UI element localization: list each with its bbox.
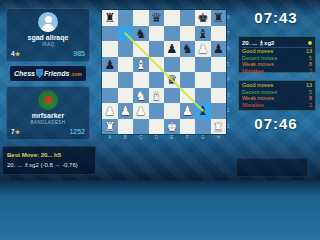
black-r-a8: ♜ <box>102 10 118 25</box>
square-a2[interactable]: ♟ <box>102 103 118 119</box>
black-b-g2: ♝ <box>195 103 211 118</box>
avatar <box>38 12 58 32</box>
player-rating: 1252 <box>69 128 85 135</box>
square-f6[interactable]: ♞ <box>180 41 196 57</box>
square-b7[interactable] <box>118 26 134 42</box>
square-c6[interactable] <box>133 41 149 57</box>
square-d2[interactable] <box>149 103 165 119</box>
white-p-b2: ♟ <box>118 103 134 118</box>
file-label-B: B <box>118 135 134 140</box>
stat-value: 8 <box>309 61 312 68</box>
square-g4[interactable] <box>195 72 211 88</box>
square-h2[interactable] <box>211 103 227 119</box>
square-g7[interactable]: ♝ <box>195 26 211 42</box>
square-h8[interactable]: ♜ <box>211 10 227 26</box>
square-b3[interactable] <box>118 88 134 104</box>
black-p-e6: ♟ <box>164 41 180 56</box>
square-e6[interactable]: ♟ <box>164 41 180 57</box>
file-labels: ABCDEFGH <box>102 135 226 140</box>
stat-value: 13 <box>306 82 312 89</box>
square-e8[interactable] <box>164 10 180 26</box>
stat-label: Decent moves <box>242 55 277 62</box>
square-g5[interactable] <box>195 57 211 73</box>
stat-value: 8 <box>309 95 312 102</box>
white-p-g6: ♟ <box>195 41 211 56</box>
shield-icon <box>36 69 43 78</box>
white-k-e1: ♚ <box>164 119 180 134</box>
stat-label: Good moves <box>242 82 273 89</box>
square-a6[interactable] <box>102 41 118 57</box>
stat-label: Decent moves <box>242 89 277 96</box>
square-a7[interactable] <box>102 26 118 42</box>
square-d3[interactable]: ♝ <box>149 88 165 104</box>
white-r-a1: ♜ <box>102 119 118 134</box>
square-c1[interactable] <box>133 119 149 135</box>
star-icon: ★ <box>15 129 20 135</box>
best-move-line: Best Move: 20... h5 <box>7 150 91 160</box>
square-c3[interactable]: ♞ <box>133 88 149 104</box>
white-b-d3: ♝ <box>149 88 165 103</box>
white-p-f2: ♟ <box>180 103 196 118</box>
square-h7[interactable] <box>211 26 227 42</box>
rank-labels: 87654321 <box>227 10 230 134</box>
square-d5[interactable] <box>149 57 165 73</box>
square-h4[interactable] <box>211 72 227 88</box>
white-p-c2: ♟ <box>133 103 149 118</box>
rank-label-7: 7 <box>227 26 230 42</box>
black-k-g8: ♚ <box>195 10 211 25</box>
square-b1[interactable] <box>118 119 134 135</box>
logo-word1: Chess <box>14 70 35 77</box>
current-move-label: 20. ... ♗xg2 <box>242 39 274 46</box>
chessfriends-logo[interactable]: Chess Friends .com <box>10 66 86 81</box>
square-g8[interactable]: ♚ <box>195 10 211 26</box>
square-f5[interactable] <box>180 57 196 73</box>
square-d4[interactable] <box>149 72 165 88</box>
rank-label-2: 2 <box>227 103 230 119</box>
chess-board[interactable]: ♜♛♚♜♞♝♟♞♟♟♟♝♛♞♝♟♟♟♟♝♜♚♜ <box>102 10 226 134</box>
player-card-top: sgad aliraqe IRAQ 4★ 985 <box>6 8 90 62</box>
stat-value: 2 <box>309 68 312 75</box>
rank-label-8: 8 <box>227 10 230 26</box>
square-b4[interactable] <box>118 72 134 88</box>
square-h1[interactable]: ♜ <box>211 119 227 135</box>
played-move-line: 20. ... ♗xg2 (-0.8 → -0.76) <box>7 160 91 170</box>
square-d7[interactable] <box>149 26 165 42</box>
square-c5[interactable]: ♝ <box>133 57 149 73</box>
best-move-box: Best Move: 20... h5 20. ... ♗xg2 (-0.8 →… <box>2 146 96 175</box>
white-p-a2: ♟ <box>102 103 118 118</box>
rank-label-3: 3 <box>227 88 230 104</box>
square-b8[interactable] <box>118 10 134 26</box>
stat-label: Good moves <box>242 48 273 55</box>
rank-label-4: 4 <box>227 72 230 88</box>
stat-label: Weak moves <box>242 95 274 102</box>
square-a1[interactable]: ♜ <box>102 119 118 135</box>
player-name: sgad aliraqe <box>11 33 85 42</box>
player-rating: 985 <box>73 50 85 57</box>
stats-box-bottom: Good moves13 Decent moves5 Weak moves8 M… <box>238 80 316 111</box>
square-d6[interactable] <box>149 41 165 57</box>
square-f3[interactable] <box>180 88 196 104</box>
square-c8[interactable] <box>133 10 149 26</box>
file-label-A: A <box>102 135 118 140</box>
square-a8[interactable]: ♜ <box>102 10 118 26</box>
file-label-E: E <box>164 135 180 140</box>
white-b-c5: ♝ <box>133 57 149 72</box>
white-n-c3: ♞ <box>133 88 149 103</box>
move-quality-dot <box>308 41 312 45</box>
square-h6[interactable]: ♟ <box>211 41 227 57</box>
file-label-G: G <box>195 135 211 140</box>
square-e1[interactable]: ♚ <box>164 119 180 135</box>
square-d8[interactable]: ♛ <box>149 10 165 26</box>
black-q-d8: ♛ <box>149 10 165 25</box>
square-h3[interactable] <box>211 88 227 104</box>
white-r-h1: ♜ <box>211 119 227 134</box>
black-q-e4: ♛ <box>164 72 180 87</box>
rank-label-5: 5 <box>227 57 230 73</box>
player-country: BANGLADESH <box>11 120 85 126</box>
file-label-F: F <box>180 135 196 140</box>
stat-label: Weak moves <box>242 61 274 68</box>
file-label-H: H <box>211 135 227 140</box>
square-e2[interactable] <box>164 103 180 119</box>
black-n-f6: ♞ <box>180 41 196 56</box>
square-c2[interactable]: ♟ <box>133 103 149 119</box>
stat-value: 2 <box>309 102 312 109</box>
square-e3[interactable] <box>164 88 180 104</box>
black-p-h6: ♟ <box>211 41 227 56</box>
square-c7[interactable]: ♞ <box>133 26 149 42</box>
chat-area[interactable] <box>236 158 308 177</box>
square-b5[interactable] <box>118 57 134 73</box>
clock-bottom: 07:46 <box>236 115 316 132</box>
black-b-g7: ♝ <box>195 26 211 41</box>
clock-top: 07:43 <box>236 9 316 26</box>
file-label-C: C <box>133 135 149 140</box>
black-n-c7: ♞ <box>133 26 149 41</box>
black-p-a5: ♟ <box>102 57 118 72</box>
square-f8[interactable] <box>180 10 196 26</box>
square-a4[interactable] <box>102 72 118 88</box>
square-e5[interactable] <box>164 57 180 73</box>
square-f2[interactable]: ♟ <box>180 103 196 119</box>
square-a5[interactable]: ♟ <box>102 57 118 73</box>
rank-label-6: 6 <box>227 41 230 57</box>
rank-label-1: 1 <box>227 119 230 135</box>
square-g6[interactable]: ♟ <box>195 41 211 57</box>
square-e4[interactable]: ♛ <box>164 72 180 88</box>
square-h5[interactable] <box>211 57 227 73</box>
square-b6[interactable] <box>118 41 134 57</box>
square-a3[interactable] <box>102 88 118 104</box>
square-b2[interactable]: ♟ <box>118 103 134 119</box>
star-icon: ★ <box>15 51 20 57</box>
logo-word2: Friends <box>44 70 69 77</box>
square-c4[interactable] <box>133 72 149 88</box>
player-card-bottom: mrfsarker BANGLADESH 7★ 1252 <box>6 86 90 140</box>
square-e7[interactable] <box>164 26 180 42</box>
board-area: ♜♛♚♜♞♝♟♞♟♟♟♝♛♞♝♟♟♟♟♝♜♚♜ <box>102 10 226 134</box>
square-g3[interactable] <box>195 88 211 104</box>
square-d1[interactable] <box>149 119 165 135</box>
stat-value: 13 <box>306 48 312 55</box>
square-g1[interactable] <box>195 119 211 135</box>
logo-suffix: .com <box>70 71 82 77</box>
player-name: mrfsarker <box>11 111 85 120</box>
stat-value: 5 <box>309 55 312 62</box>
square-g2[interactable]: ♝ <box>195 103 211 119</box>
stats-box-top: 20. ... ♗xg2 Good moves13 Decent moves5 … <box>238 36 316 73</box>
square-f7[interactable] <box>180 26 196 42</box>
avatar <box>38 90 58 110</box>
stat-value: 5 <box>309 89 312 96</box>
square-f4[interactable] <box>180 72 196 88</box>
stat-label: Mistakes <box>242 102 264 109</box>
file-label-D: D <box>149 135 165 140</box>
stat-label: Mistakes <box>242 68 264 75</box>
player-country: IRAQ <box>11 42 85 48</box>
black-r-h8: ♜ <box>211 10 227 25</box>
square-f1[interactable] <box>180 119 196 135</box>
